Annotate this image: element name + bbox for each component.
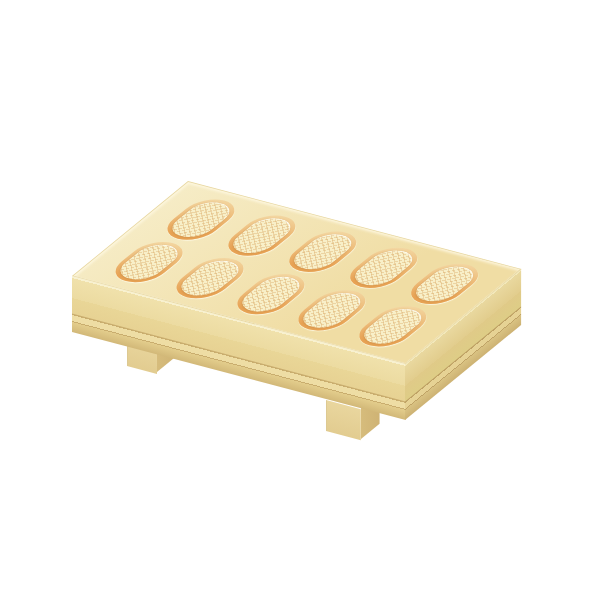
product-photo-scene	[0, 0, 600, 600]
